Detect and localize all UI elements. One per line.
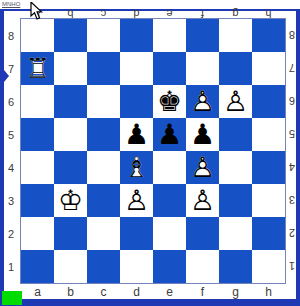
square-b3[interactable]: ♚♔ (54, 184, 87, 217)
status-indicator (2, 291, 22, 305)
chess-app-window: MNHO abcdefgh 87654321 87654321 abcdefgh… (0, 0, 300, 306)
square-h5[interactable] (252, 118, 285, 151)
mouse-cursor-icon (30, 2, 43, 20)
piece-glyph: ♟ (153, 118, 186, 151)
square-e2[interactable] (153, 217, 186, 250)
rank-label-7: 7 (3, 52, 19, 85)
file-label-d: d (120, 286, 153, 299)
piece-white-pawn[interactable]: ♟♙ (186, 85, 219, 118)
file-label-f: f (186, 286, 219, 299)
square-b5[interactable] (54, 118, 87, 151)
square-c1[interactable] (87, 250, 120, 283)
square-h4[interactable] (252, 151, 285, 184)
square-b7[interactable] (54, 52, 87, 85)
rank-label-1: 1 (3, 250, 19, 283)
rank-label-2: 2 (287, 217, 297, 250)
square-g5[interactable] (219, 118, 252, 151)
square-d1[interactable] (120, 250, 153, 283)
file-label-b: b (54, 8, 87, 18)
piece-outline: ♗ (120, 151, 153, 184)
square-h7[interactable] (252, 52, 285, 85)
rank-labels-left: 87654321 (3, 19, 19, 283)
rank-label-5: 5 (3, 118, 19, 151)
piece-outline: ♔ (54, 184, 87, 217)
piece-outline: ♙ (219, 85, 252, 118)
square-a5[interactable] (21, 118, 54, 151)
square-b8[interactable] (54, 19, 87, 52)
rank-label-7: 7 (287, 52, 297, 85)
square-h3[interactable] (252, 184, 285, 217)
file-label-g: g (219, 286, 252, 299)
square-e8[interactable] (153, 19, 186, 52)
square-a1[interactable] (21, 250, 54, 283)
square-f1[interactable] (186, 250, 219, 283)
rank-label-4: 4 (3, 151, 19, 184)
piece-white-rook[interactable]: ♜♖ (21, 52, 54, 85)
piece-white-bishop[interactable]: ♝♗ (120, 151, 153, 184)
square-c8[interactable] (87, 19, 120, 52)
square-c3[interactable] (87, 184, 120, 217)
file-label-g: g (219, 8, 252, 18)
square-a4[interactable] (21, 151, 54, 184)
piece-white-king[interactable]: ♚♔ (54, 184, 87, 217)
square-f8[interactable] (186, 19, 219, 52)
piece-outline: ♙ (186, 85, 219, 118)
square-g2[interactable] (219, 217, 252, 250)
square-g3[interactable] (219, 184, 252, 217)
square-e5[interactable]: ♟ (153, 118, 186, 151)
file-label-h: h (252, 8, 285, 18)
rank-label-5: 5 (287, 118, 297, 151)
file-label-e: e (153, 286, 186, 299)
piece-white-pawn[interactable]: ♟♙ (219, 85, 252, 118)
square-b2[interactable] (54, 217, 87, 250)
file-label-d: d (120, 8, 153, 18)
square-f3[interactable]: ♟♙ (186, 184, 219, 217)
square-b1[interactable] (54, 250, 87, 283)
square-g1[interactable] (219, 250, 252, 283)
piece-black-pawn[interactable]: ♟ (120, 118, 153, 151)
piece-glyph: ♟ (186, 118, 219, 151)
file-label-b: b (54, 286, 87, 299)
square-b6[interactable] (54, 85, 87, 118)
square-a8[interactable] (21, 19, 54, 52)
rank-label-6: 6 (287, 85, 297, 118)
piece-glyph: ♟ (120, 118, 153, 151)
piece-white-pawn[interactable]: ♟♙ (120, 184, 153, 217)
file-label-c: c (87, 286, 120, 299)
rank-label-3: 3 (3, 184, 19, 217)
square-d5[interactable]: ♟ (120, 118, 153, 151)
square-f4[interactable]: ♟♙ (186, 151, 219, 184)
file-label-c: c (87, 8, 120, 18)
rank-label-8: 8 (287, 19, 297, 52)
square-f6[interactable]: ♟♙ (186, 85, 219, 118)
square-b4[interactable] (54, 151, 87, 184)
rank-label-6: 6 (3, 85, 19, 118)
square-a2[interactable] (21, 217, 54, 250)
file-labels-top: abcdefgh (21, 8, 285, 18)
file-label-a: a (21, 286, 54, 299)
square-c2[interactable] (87, 217, 120, 250)
square-d7[interactable] (120, 52, 153, 85)
rank-labels-right: 87654321 (287, 19, 297, 283)
piece-glyph: ♚ (153, 85, 186, 118)
rank-label-1: 1 (287, 250, 297, 283)
piece-outline: ♙ (186, 184, 219, 217)
piece-white-pawn[interactable]: ♟♙ (186, 184, 219, 217)
piece-black-pawn[interactable]: ♟ (153, 118, 186, 151)
square-a3[interactable] (21, 184, 54, 217)
square-a6[interactable] (21, 85, 54, 118)
file-labels-bottom: abcdefgh (21, 286, 285, 299)
square-e3[interactable] (153, 184, 186, 217)
rank-label-3: 3 (287, 184, 297, 217)
square-e6[interactable]: ♚ (153, 85, 186, 118)
square-e7[interactable] (153, 52, 186, 85)
square-h2[interactable] (252, 217, 285, 250)
square-c4[interactable] (87, 151, 120, 184)
square-f7[interactable] (186, 52, 219, 85)
square-e1[interactable] (153, 250, 186, 283)
square-g6[interactable]: ♟♙ (219, 85, 252, 118)
file-label-e: e (153, 8, 186, 18)
square-c7[interactable] (87, 52, 120, 85)
piece-black-king[interactable]: ♚ (153, 85, 186, 118)
square-h8[interactable] (252, 19, 285, 52)
square-g7[interactable] (219, 52, 252, 85)
square-g4[interactable] (219, 151, 252, 184)
window-title: MNHO (2, 0, 20, 8)
rank-label-2: 2 (3, 217, 19, 250)
piece-outline: ♙ (186, 151, 219, 184)
piece-outline: ♖ (21, 52, 54, 85)
square-h1[interactable] (252, 250, 285, 283)
square-f2[interactable] (186, 217, 219, 250)
square-c6[interactable] (87, 85, 120, 118)
square-d3[interactable]: ♟♙ (120, 184, 153, 217)
square-d2[interactable] (120, 217, 153, 250)
rank-label-4: 4 (287, 151, 297, 184)
square-h6[interactable] (252, 85, 285, 118)
file-label-f: f (186, 8, 219, 18)
square-f5[interactable]: ♟ (186, 118, 219, 151)
square-d8[interactable] (120, 19, 153, 52)
square-g8[interactable] (219, 19, 252, 52)
square-e4[interactable] (153, 151, 186, 184)
board-grid: ♜♖♚♟♙♟♙♟♟♟♝♗♟♙♚♔♟♙♟♙ (20, 18, 286, 284)
square-c5[interactable] (87, 118, 120, 151)
square-d4[interactable]: ♝♗ (120, 151, 153, 184)
square-a7[interactable]: ♜♖ (21, 52, 54, 85)
piece-black-pawn[interactable]: ♟ (186, 118, 219, 151)
file-label-h: h (252, 286, 285, 299)
piece-white-pawn[interactable]: ♟♙ (186, 151, 219, 184)
square-d6[interactable] (120, 85, 153, 118)
rank-label-8: 8 (3, 19, 19, 52)
piece-outline: ♙ (120, 184, 153, 217)
